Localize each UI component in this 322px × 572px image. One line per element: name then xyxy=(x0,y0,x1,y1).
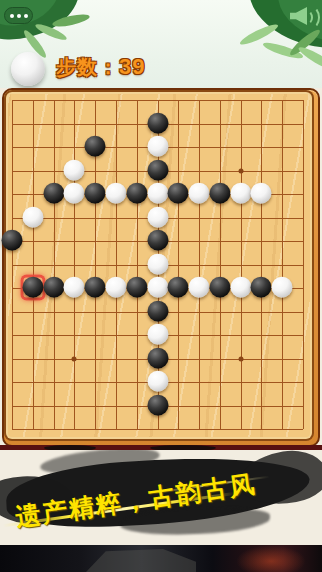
sound-button[interactable] xyxy=(288,4,318,28)
stone-white xyxy=(147,324,168,345)
stone-white xyxy=(64,159,85,180)
more-dots-icon xyxy=(24,14,28,18)
sound-wave-icon xyxy=(302,6,320,29)
photo-strip xyxy=(0,545,322,572)
grid-line xyxy=(12,429,303,430)
photo-red-glow xyxy=(236,545,306,572)
stone-white xyxy=(147,183,168,204)
board-surface xyxy=(8,94,310,437)
stone-white xyxy=(147,371,168,392)
stone-black xyxy=(147,394,168,415)
stone-white xyxy=(272,277,293,298)
step-count: 39 xyxy=(119,54,145,79)
stone-black xyxy=(43,183,64,204)
stone-black xyxy=(126,277,147,298)
star-point xyxy=(72,356,77,361)
more-dots-icon xyxy=(10,14,14,18)
stone-black xyxy=(251,277,272,298)
stone-black xyxy=(168,277,189,298)
stone-black xyxy=(85,183,106,204)
stone-black xyxy=(43,277,64,298)
stone-white xyxy=(105,183,126,204)
stone-white xyxy=(105,277,126,298)
stone-black xyxy=(85,136,106,157)
stone-black xyxy=(2,230,23,251)
step-counter: 步数：39 xyxy=(56,54,145,81)
grid-line xyxy=(12,100,303,101)
stone-white xyxy=(189,277,210,298)
stone-white xyxy=(147,136,168,157)
board-grid[interactable] xyxy=(12,100,303,429)
stone-white xyxy=(189,183,210,204)
menu-button[interactable] xyxy=(4,7,33,24)
stone-white xyxy=(22,206,43,227)
stone-white xyxy=(230,183,251,204)
stone-black xyxy=(147,112,168,133)
stone-white xyxy=(64,183,85,204)
stone-white xyxy=(251,183,272,204)
stone-black xyxy=(168,183,189,204)
header: 步数：39 xyxy=(0,0,322,88)
stone-black xyxy=(147,347,168,368)
stone-white xyxy=(147,277,168,298)
turn-stone-indicator xyxy=(11,52,45,86)
game-board xyxy=(2,88,320,447)
more-dots-icon xyxy=(17,14,21,18)
step-label: 步数： xyxy=(56,56,119,78)
stone-black xyxy=(209,277,230,298)
stone-black xyxy=(209,183,230,204)
stone-white xyxy=(147,206,168,227)
star-point xyxy=(238,168,243,173)
stone-black xyxy=(22,277,43,298)
promo-banner[interactable]: 遗产精粹，古韵古风 xyxy=(0,450,322,545)
grid-line xyxy=(303,100,304,429)
stone-white xyxy=(230,277,251,298)
stone-white xyxy=(147,253,168,274)
stone-black xyxy=(126,183,147,204)
stone-black xyxy=(147,230,168,251)
stone-black xyxy=(147,300,168,321)
photo-detail xyxy=(86,549,196,572)
star-point xyxy=(238,356,243,361)
stone-white xyxy=(64,277,85,298)
stone-black xyxy=(147,159,168,180)
stone-black xyxy=(85,277,106,298)
